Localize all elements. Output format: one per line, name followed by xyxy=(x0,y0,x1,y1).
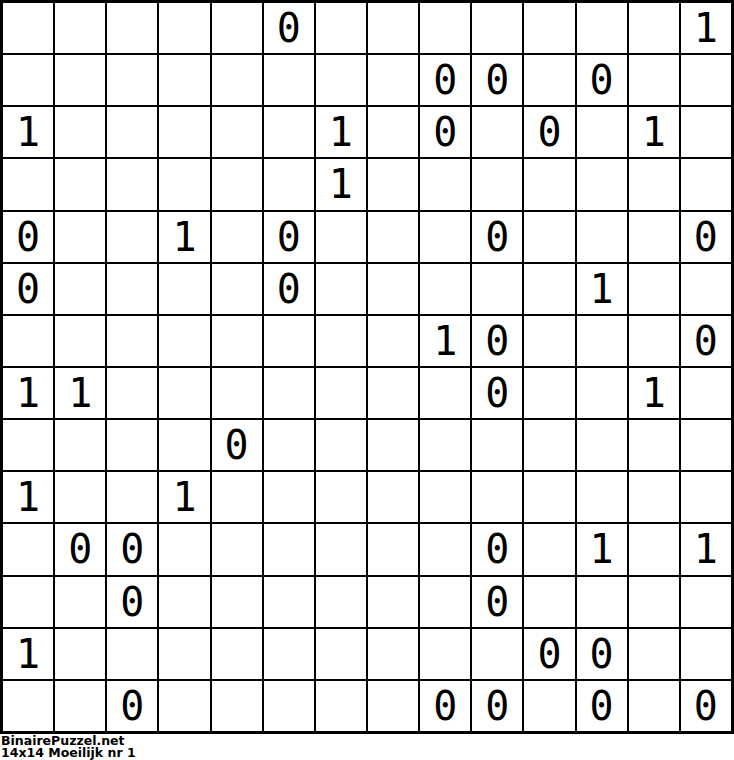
cell-r5c7-empty[interactable] xyxy=(316,212,366,262)
cell-r3c6-empty[interactable] xyxy=(264,107,314,157)
cell-r8c2-given-1: 1 xyxy=(55,368,105,418)
cell-r13c6-empty[interactable] xyxy=(264,629,314,679)
cell-r4c10-empty[interactable] xyxy=(472,159,522,209)
cell-r11c11-empty[interactable] xyxy=(524,524,574,574)
cell-r14c14-given-0: 0 xyxy=(681,681,731,731)
cell-r9c5-given-0: 0 xyxy=(212,420,262,470)
cell-r10c4-given-1: 1 xyxy=(159,472,209,522)
cell-r9c12-empty[interactable] xyxy=(577,420,627,470)
cell-r5c1-given-0: 0 xyxy=(3,212,53,262)
cell-r3c14-empty[interactable] xyxy=(681,107,731,157)
cell-r5c14-given-0: 0 xyxy=(681,212,731,262)
cell-r2c14-empty[interactable] xyxy=(681,55,731,105)
cell-r10c3-empty[interactable] xyxy=(107,472,157,522)
cell-r10c5-empty[interactable] xyxy=(212,472,262,522)
cell-r3c7-given-1: 1 xyxy=(316,107,366,157)
cell-r6c8-empty[interactable] xyxy=(368,264,418,314)
puzzle-title: 14x14 Moeilijk nr 1 xyxy=(1,747,734,759)
cell-r13c8-empty[interactable] xyxy=(368,629,418,679)
cell-r3c4-empty[interactable] xyxy=(159,107,209,157)
cell-r12c5-empty[interactable] xyxy=(212,577,262,627)
cell-r11c12-given-1: 1 xyxy=(577,524,627,574)
cell-r2c6-empty[interactable] xyxy=(264,55,314,105)
cell-r6c14-empty[interactable] xyxy=(681,264,731,314)
cell-r11c2-given-0: 0 xyxy=(55,524,105,574)
cell-r9c4-empty[interactable] xyxy=(159,420,209,470)
cell-r12c9-empty[interactable] xyxy=(420,577,470,627)
cell-r5c5-empty[interactable] xyxy=(212,212,262,262)
cell-r9c2-empty[interactable] xyxy=(55,420,105,470)
cell-r5c12-empty[interactable] xyxy=(577,212,627,262)
cell-r4c7-given-1: 1 xyxy=(316,159,366,209)
cell-r7c7-empty[interactable] xyxy=(316,316,366,366)
cell-r13c1-given-1: 1 xyxy=(3,629,53,679)
cell-r8c5-empty[interactable] xyxy=(212,368,262,418)
cell-r8c11-empty[interactable] xyxy=(524,368,574,418)
cell-r13c10-empty[interactable] xyxy=(472,629,522,679)
cell-r6c13-empty[interactable] xyxy=(629,264,679,314)
cell-r2c7-empty[interactable] xyxy=(316,55,366,105)
cell-r1c14-given-1: 1 xyxy=(681,3,731,53)
cell-r7c8-empty[interactable] xyxy=(368,316,418,366)
cell-r8c10-given-0: 0 xyxy=(472,368,522,418)
cell-r12c8-empty[interactable] xyxy=(368,577,418,627)
cell-r7c6-empty[interactable] xyxy=(264,316,314,366)
cell-r10c1-given-1: 1 xyxy=(3,472,53,522)
cell-r14c10-given-0: 0 xyxy=(472,681,522,731)
cell-r2c1-empty[interactable] xyxy=(3,55,53,105)
cell-r3c1-given-1: 1 xyxy=(3,107,53,157)
cell-r6c5-empty[interactable] xyxy=(212,264,262,314)
cell-r12c2-empty[interactable] xyxy=(55,577,105,627)
cell-r11c14-given-1: 1 xyxy=(681,524,731,574)
cell-r8c3-empty[interactable] xyxy=(107,368,157,418)
cell-r4c1-empty[interactable] xyxy=(3,159,53,209)
cell-r1c6-given-0: 0 xyxy=(264,3,314,53)
cell-r2c9-given-0: 0 xyxy=(420,55,470,105)
cell-r4c11-empty[interactable] xyxy=(524,159,574,209)
cell-r6c4-empty[interactable] xyxy=(159,264,209,314)
cell-r8c9-empty[interactable] xyxy=(420,368,470,418)
cell-r5c4-given-1: 1 xyxy=(159,212,209,262)
cell-r8c7-empty[interactable] xyxy=(316,368,366,418)
cell-r6c7-empty[interactable] xyxy=(316,264,366,314)
cell-r1c5-empty[interactable] xyxy=(212,3,262,53)
cell-r7c9-given-1: 1 xyxy=(420,316,470,366)
cell-r4c4-empty[interactable] xyxy=(159,159,209,209)
cell-r2c5-empty[interactable] xyxy=(212,55,262,105)
cell-r3c11-given-0: 0 xyxy=(524,107,574,157)
cell-r2c12-given-0: 0 xyxy=(577,55,627,105)
cell-r1c2-empty[interactable] xyxy=(55,3,105,53)
cell-r3c3-empty[interactable] xyxy=(107,107,157,157)
cell-r6c11-empty[interactable] xyxy=(524,264,574,314)
cell-r10c14-empty[interactable] xyxy=(681,472,731,522)
cell-r1c1-empty[interactable] xyxy=(3,3,53,53)
cell-r11c8-empty[interactable] xyxy=(368,524,418,574)
cell-r14c4-empty[interactable] xyxy=(159,681,209,731)
cell-r6c10-empty[interactable] xyxy=(472,264,522,314)
cell-r13c14-empty[interactable] xyxy=(681,629,731,679)
cell-r13c9-empty[interactable] xyxy=(420,629,470,679)
cell-r10c12-empty[interactable] xyxy=(577,472,627,522)
cell-r14c2-empty[interactable] xyxy=(55,681,105,731)
cell-r3c12-empty[interactable] xyxy=(577,107,627,157)
cell-r11c10-given-0: 0 xyxy=(472,524,522,574)
cell-r12c4-empty[interactable] xyxy=(159,577,209,627)
cell-r10c11-empty[interactable] xyxy=(524,472,574,522)
cell-r3c2-empty[interactable] xyxy=(55,107,105,157)
cell-r2c4-empty[interactable] xyxy=(159,55,209,105)
cell-r9c14-empty[interactable] xyxy=(681,420,731,470)
cell-r11c4-empty[interactable] xyxy=(159,524,209,574)
cell-r7c3-empty[interactable] xyxy=(107,316,157,366)
cell-r1c11-empty[interactable] xyxy=(524,3,574,53)
cell-r6c1-given-0: 0 xyxy=(3,264,53,314)
cell-r10c10-empty[interactable] xyxy=(472,472,522,522)
cell-r4c2-empty[interactable] xyxy=(55,159,105,209)
cell-r2c13-empty[interactable] xyxy=(629,55,679,105)
cell-r8c4-empty[interactable] xyxy=(159,368,209,418)
cell-r1c8-empty[interactable] xyxy=(368,3,418,53)
cell-r14c1-empty[interactable] xyxy=(3,681,53,731)
cell-r7c4-empty[interactable] xyxy=(159,316,209,366)
cell-r11c5-empty[interactable] xyxy=(212,524,262,574)
cell-r5c9-empty[interactable] xyxy=(420,212,470,262)
cell-r14c11-empty[interactable] xyxy=(524,681,574,731)
cell-r14c9-given-0: 0 xyxy=(420,681,470,731)
cell-r7c5-empty[interactable] xyxy=(212,316,262,366)
footer: BinairePuzzel.net 14x14 Moeilijk nr 1 xyxy=(0,734,734,759)
cell-r6c12-given-1: 1 xyxy=(577,264,627,314)
cell-r11c13-empty[interactable] xyxy=(629,524,679,574)
cell-r6c6-given-0: 0 xyxy=(264,264,314,314)
cell-r11c7-empty[interactable] xyxy=(316,524,366,574)
cell-r6c3-empty[interactable] xyxy=(107,264,157,314)
cell-r4c13-empty[interactable] xyxy=(629,159,679,209)
cell-r11c9-empty[interactable] xyxy=(420,524,470,574)
cell-r3c9-given-0: 0 xyxy=(420,107,470,157)
cell-r1c12-empty[interactable] xyxy=(577,3,627,53)
cell-r9c9-empty[interactable] xyxy=(420,420,470,470)
cell-r1c7-empty[interactable] xyxy=(316,3,366,53)
cell-r4c8-empty[interactable] xyxy=(368,159,418,209)
cell-r7c13-empty[interactable] xyxy=(629,316,679,366)
cell-r9c1-empty[interactable] xyxy=(3,420,53,470)
cell-r9c11-empty[interactable] xyxy=(524,420,574,470)
cell-r3c5-empty[interactable] xyxy=(212,107,262,157)
cell-r8c13-given-1: 1 xyxy=(629,368,679,418)
cell-r13c5-empty[interactable] xyxy=(212,629,262,679)
cell-r5c2-empty[interactable] xyxy=(55,212,105,262)
cell-r11c3-given-0: 0 xyxy=(107,524,157,574)
cell-r12c10-given-0: 0 xyxy=(472,577,522,627)
cell-r13c12-given-0: 0 xyxy=(577,629,627,679)
cell-r10c8-empty[interactable] xyxy=(368,472,418,522)
cell-r5c3-empty[interactable] xyxy=(107,212,157,262)
cell-r2c11-empty[interactable] xyxy=(524,55,574,105)
cell-r13c7-empty[interactable] xyxy=(316,629,366,679)
cell-r4c6-empty[interactable] xyxy=(264,159,314,209)
cell-r13c3-empty[interactable] xyxy=(107,629,157,679)
cell-r8c8-empty[interactable] xyxy=(368,368,418,418)
cell-r14c7-empty[interactable] xyxy=(316,681,366,731)
cell-r5c13-empty[interactable] xyxy=(629,212,679,262)
cell-r12c3-given-0: 0 xyxy=(107,577,157,627)
cell-r2c2-empty[interactable] xyxy=(55,55,105,105)
binary-puzzle-page: 0100011001101000001100110101100011001000… xyxy=(0,0,734,760)
cell-r7c1-empty[interactable] xyxy=(3,316,53,366)
cell-r1c9-empty[interactable] xyxy=(420,3,470,53)
cell-r9c6-empty[interactable] xyxy=(264,420,314,470)
cell-r13c4-empty[interactable] xyxy=(159,629,209,679)
cell-r6c9-empty[interactable] xyxy=(420,264,470,314)
cell-r12c12-empty[interactable] xyxy=(577,577,627,627)
cell-r5c10-given-0: 0 xyxy=(472,212,522,262)
cell-r10c13-empty[interactable] xyxy=(629,472,679,522)
cell-r14c12-given-0: 0 xyxy=(577,681,627,731)
cell-r9c8-empty[interactable] xyxy=(368,420,418,470)
cell-r14c5-empty[interactable] xyxy=(212,681,262,731)
cell-r2c3-empty[interactable] xyxy=(107,55,157,105)
cell-r4c5-empty[interactable] xyxy=(212,159,262,209)
cell-r4c14-empty[interactable] xyxy=(681,159,731,209)
cell-r4c3-empty[interactable] xyxy=(107,159,157,209)
cell-r9c13-empty[interactable] xyxy=(629,420,679,470)
cell-r14c3-given-0: 0 xyxy=(107,681,157,731)
cell-r10c7-empty[interactable] xyxy=(316,472,366,522)
cell-r6c2-empty[interactable] xyxy=(55,264,105,314)
cell-r2c10-given-0: 0 xyxy=(472,55,522,105)
cell-r8c14-empty[interactable] xyxy=(681,368,731,418)
cell-r8c6-empty[interactable] xyxy=(264,368,314,418)
cell-r2c8-empty[interactable] xyxy=(368,55,418,105)
cell-r4c12-empty[interactable] xyxy=(577,159,627,209)
cell-r1c3-empty[interactable] xyxy=(107,3,157,53)
cell-r11c1-empty[interactable] xyxy=(3,524,53,574)
cell-r3c13-given-1: 1 xyxy=(629,107,679,157)
cell-r12c11-empty[interactable] xyxy=(524,577,574,627)
cell-r8c12-empty[interactable] xyxy=(577,368,627,418)
cell-r9c3-empty[interactable] xyxy=(107,420,157,470)
cell-r3c10-empty[interactable] xyxy=(472,107,522,157)
cell-r1c10-empty[interactable] xyxy=(472,3,522,53)
cell-r12c6-empty[interactable] xyxy=(264,577,314,627)
cell-r14c6-empty[interactable] xyxy=(264,681,314,731)
cell-r13c11-given-0: 0 xyxy=(524,629,574,679)
cell-r3c8-empty[interactable] xyxy=(368,107,418,157)
cell-r14c13-empty[interactable] xyxy=(629,681,679,731)
cell-r10c9-empty[interactable] xyxy=(420,472,470,522)
cell-r13c13-empty[interactable] xyxy=(629,629,679,679)
cell-r5c6-given-0: 0 xyxy=(264,212,314,262)
cell-r7c12-empty[interactable] xyxy=(577,316,627,366)
cell-r1c4-empty[interactable] xyxy=(159,3,209,53)
puzzle-board: 0100011001101000001100110101100011001000… xyxy=(0,0,734,734)
cell-r7c14-given-0: 0 xyxy=(681,316,731,366)
cell-r12c1-empty[interactable] xyxy=(3,577,53,627)
cell-r14c8-empty[interactable] xyxy=(368,681,418,731)
cell-r12c7-empty[interactable] xyxy=(316,577,366,627)
cell-r13c2-empty[interactable] xyxy=(55,629,105,679)
cell-r12c14-empty[interactable] xyxy=(681,577,731,627)
cell-r9c7-empty[interactable] xyxy=(316,420,366,470)
cell-r9c10-empty[interactable] xyxy=(472,420,522,470)
cell-r7c11-empty[interactable] xyxy=(524,316,574,366)
cell-r10c6-empty[interactable] xyxy=(264,472,314,522)
cell-r1c13-empty[interactable] xyxy=(629,3,679,53)
cell-r10c2-empty[interactable] xyxy=(55,472,105,522)
cell-r11c6-empty[interactable] xyxy=(264,524,314,574)
cell-r8c1-given-1: 1 xyxy=(3,368,53,418)
cell-r5c11-empty[interactable] xyxy=(524,212,574,262)
cell-r7c10-given-0: 0 xyxy=(472,316,522,366)
cell-r12c13-empty[interactable] xyxy=(629,577,679,627)
cell-r5c8-empty[interactable] xyxy=(368,212,418,262)
cell-r4c9-empty[interactable] xyxy=(420,159,470,209)
cell-r7c2-empty[interactable] xyxy=(55,316,105,366)
